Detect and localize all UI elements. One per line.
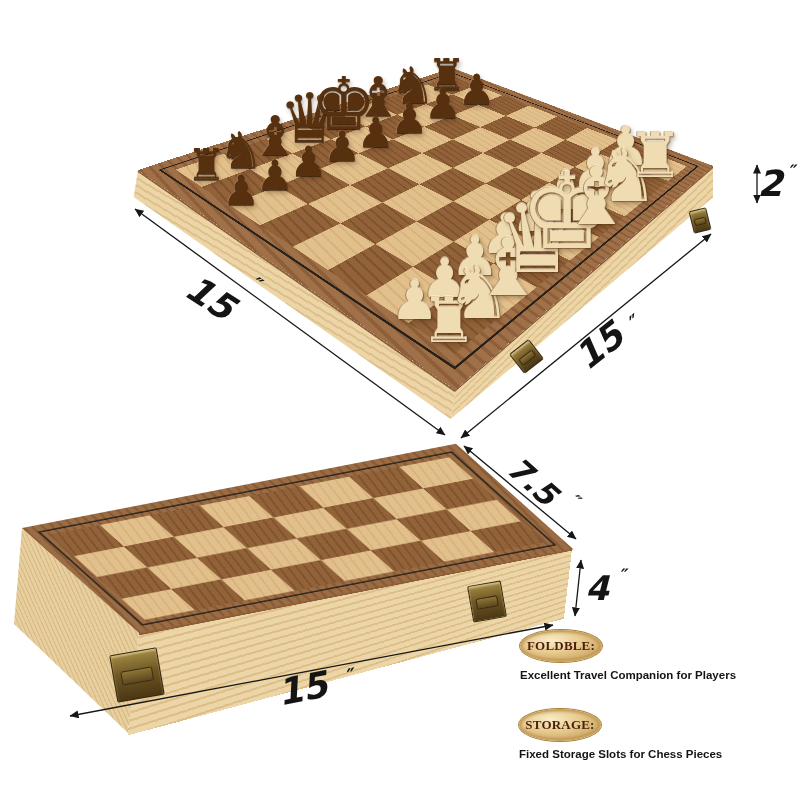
black-piece: ♟ [290,140,327,182]
clasp-latch-icon [467,580,507,622]
foldable-badge: FOLDBLE: [520,630,602,662]
black-piece: ♟ [256,155,293,197]
black-piece: ♟ [223,169,260,211]
storage-badge-label: STORAGE: [525,717,594,733]
dimension-label: 15 [178,267,245,330]
dimension-label: 15 [567,313,634,378]
dimension-label: 4 [585,568,610,608]
foldable-badge-description: Excellent Travel Companion for Players [520,669,736,681]
dimension-unit: ″ [787,161,798,181]
feature-storage: STORAGE: Fixed Storage Slots for Chess P… [519,709,722,760]
dimension-label: 2 [757,163,785,204]
dimension-unit: ″ [618,565,629,585]
black-piece: ♟ [424,83,461,125]
storage-badge: STORAGE: [519,709,601,741]
dimension-unit: ″ [564,489,586,511]
black-piece: ♟ [323,126,360,168]
feature-foldable: FOLDBLE: Excellent Travel Companion for … [520,630,736,681]
foldable-badge-label: FOLDBLE: [527,638,595,654]
black-piece: ♟ [458,68,495,110]
white-piece: ♜ [627,125,684,188]
black-piece: ♟ [357,112,394,154]
storage-badge-description: Fixed Storage Slots for Chess Pieces [519,748,722,760]
black-piece: ♟ [391,97,428,139]
dimension-arrow [575,560,581,616]
dimension-unit: ″ [623,309,646,334]
product-photo: ♜♞♝♛♚♝♞♜♟♟♟♟♟♟♟♟♟♟♟♟♟♟♟♟♜♞♝♛♚♝♞♜ 15″15″2… [0,0,800,800]
clasp-latch-icon [688,207,711,234]
clasp-latch-icon [109,647,165,703]
